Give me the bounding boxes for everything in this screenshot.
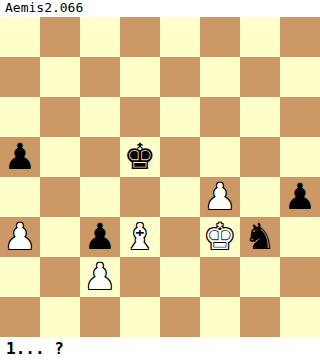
square-e1[interactable] xyxy=(160,297,200,337)
square-b8[interactable] xyxy=(40,17,80,57)
square-g7[interactable] xyxy=(240,57,280,97)
square-c8[interactable] xyxy=(80,17,120,57)
square-b4[interactable] xyxy=(40,177,80,217)
square-f7[interactable] xyxy=(200,57,240,97)
move-prompt: 1... ? xyxy=(0,337,320,360)
square-b7[interactable] xyxy=(40,57,80,97)
black-pawn-h4[interactable]: ♟ xyxy=(280,177,320,217)
square-b6[interactable] xyxy=(40,97,80,137)
square-g8[interactable] xyxy=(240,17,280,57)
square-e3[interactable] xyxy=(160,217,200,257)
square-e8[interactable] xyxy=(160,17,200,57)
white-pawn-f4[interactable]: ♟ xyxy=(200,177,240,217)
white-pawn-c2[interactable]: ♟ xyxy=(80,257,120,297)
square-g1[interactable] xyxy=(240,297,280,337)
square-e7[interactable] xyxy=(160,57,200,97)
square-b2[interactable] xyxy=(40,257,80,297)
square-d3[interactable]: ♝ xyxy=(120,217,160,257)
square-d6[interactable] xyxy=(120,97,160,137)
square-g5[interactable] xyxy=(240,137,280,177)
white-king-f3[interactable]: ♚ xyxy=(200,217,240,257)
square-b5[interactable] xyxy=(40,137,80,177)
white-bishop-d3[interactable]: ♝ xyxy=(120,217,160,257)
square-f6[interactable] xyxy=(200,97,240,137)
square-h8[interactable] xyxy=(280,17,320,57)
square-h2[interactable] xyxy=(280,257,320,297)
square-f2[interactable] xyxy=(200,257,240,297)
square-a5[interactable]: ♟ xyxy=(0,137,40,177)
square-b3[interactable] xyxy=(40,217,80,257)
window-title: Aemis2.066 xyxy=(0,0,320,17)
square-a3[interactable]: ♟ xyxy=(0,217,40,257)
square-c4[interactable] xyxy=(80,177,120,217)
square-e5[interactable] xyxy=(160,137,200,177)
square-d7[interactable] xyxy=(120,57,160,97)
square-e2[interactable] xyxy=(160,257,200,297)
square-f3[interactable]: ♚ xyxy=(200,217,240,257)
square-g4[interactable] xyxy=(240,177,280,217)
square-d2[interactable] xyxy=(120,257,160,297)
square-c1[interactable] xyxy=(80,297,120,337)
square-f1[interactable] xyxy=(200,297,240,337)
square-c5[interactable] xyxy=(80,137,120,177)
black-king-d5[interactable]: ♚ xyxy=(120,137,160,177)
square-a8[interactable] xyxy=(0,17,40,57)
square-a4[interactable] xyxy=(0,177,40,217)
square-f8[interactable] xyxy=(200,17,240,57)
square-c3[interactable]: ♟ xyxy=(80,217,120,257)
square-c6[interactable] xyxy=(80,97,120,137)
square-a2[interactable] xyxy=(0,257,40,297)
square-e6[interactable] xyxy=(160,97,200,137)
white-pawn-a3[interactable]: ♟ xyxy=(0,217,40,257)
square-d5[interactable]: ♚ xyxy=(120,137,160,177)
square-g6[interactable] xyxy=(240,97,280,137)
square-h1[interactable] xyxy=(280,297,320,337)
square-h7[interactable] xyxy=(280,57,320,97)
square-b1[interactable] xyxy=(40,297,80,337)
square-d1[interactable] xyxy=(120,297,160,337)
black-pawn-c3[interactable]: ♟ xyxy=(80,217,120,257)
black-knight-g3[interactable]: ♞ xyxy=(240,217,280,257)
chess-board: ♟♚♟♟♟♟♝♚♞♟ xyxy=(0,17,320,337)
square-c7[interactable] xyxy=(80,57,120,97)
black-pawn-a5[interactable]: ♟ xyxy=(0,137,40,177)
square-h4[interactable]: ♟ xyxy=(280,177,320,217)
square-d8[interactable] xyxy=(120,17,160,57)
square-a7[interactable] xyxy=(0,57,40,97)
square-h6[interactable] xyxy=(280,97,320,137)
square-g2[interactable] xyxy=(240,257,280,297)
square-f4[interactable]: ♟ xyxy=(200,177,240,217)
square-a6[interactable] xyxy=(0,97,40,137)
square-a1[interactable] xyxy=(0,297,40,337)
square-h3[interactable] xyxy=(280,217,320,257)
square-g3[interactable]: ♞ xyxy=(240,217,280,257)
square-f5[interactable] xyxy=(200,137,240,177)
square-e4[interactable] xyxy=(160,177,200,217)
square-d4[interactable] xyxy=(120,177,160,217)
square-c2[interactable]: ♟ xyxy=(80,257,120,297)
square-h5[interactable] xyxy=(280,137,320,177)
